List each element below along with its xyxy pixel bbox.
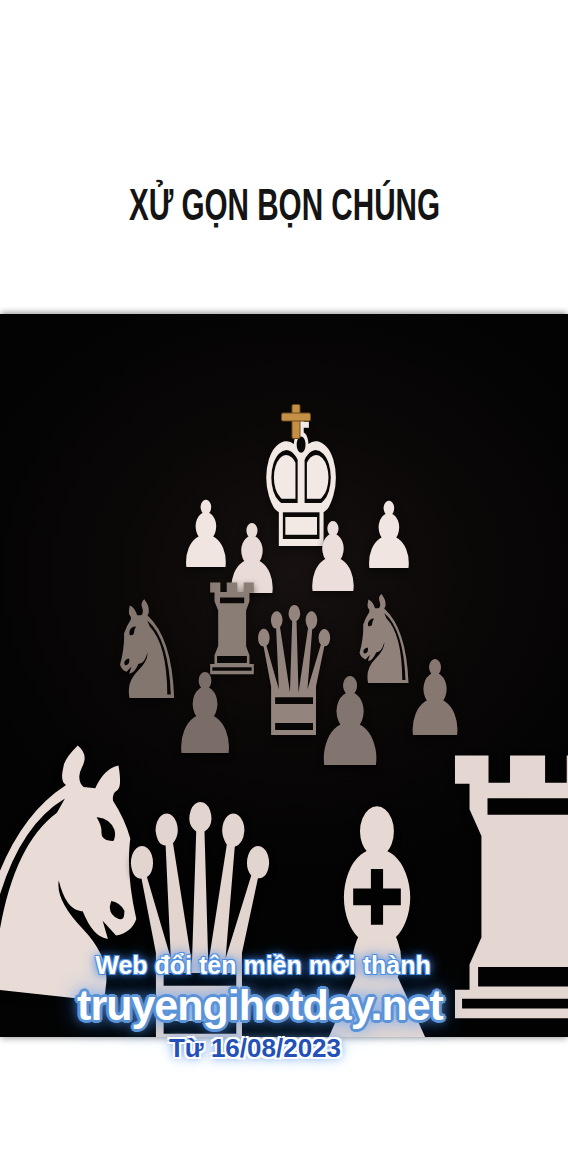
watermark-domain: truyengihotday.net [0,981,568,1030]
page-title-row: XỬ GỌN BỌN CHÚNG [0,184,568,227]
comic-page: XỬ GỌN BỌN CHÚNG ♚♟♟♟♟♞♜♛♞♟♟♟♞♛♝♜ Web đổ… [0,0,568,1150]
chess-scene-panel: ♚♟♟♟♟♞♜♛♞♟♟♟♞♛♝♜ [0,314,568,1037]
watermark-line-1: Web đổi tên miền mới thành [0,951,568,980]
page-title: XỬ GỌN BỌN CHÚNG [128,180,439,231]
watermark-date: Từ 16/08/2023 [0,1033,568,1064]
white-king-gold-cross [281,404,311,439]
